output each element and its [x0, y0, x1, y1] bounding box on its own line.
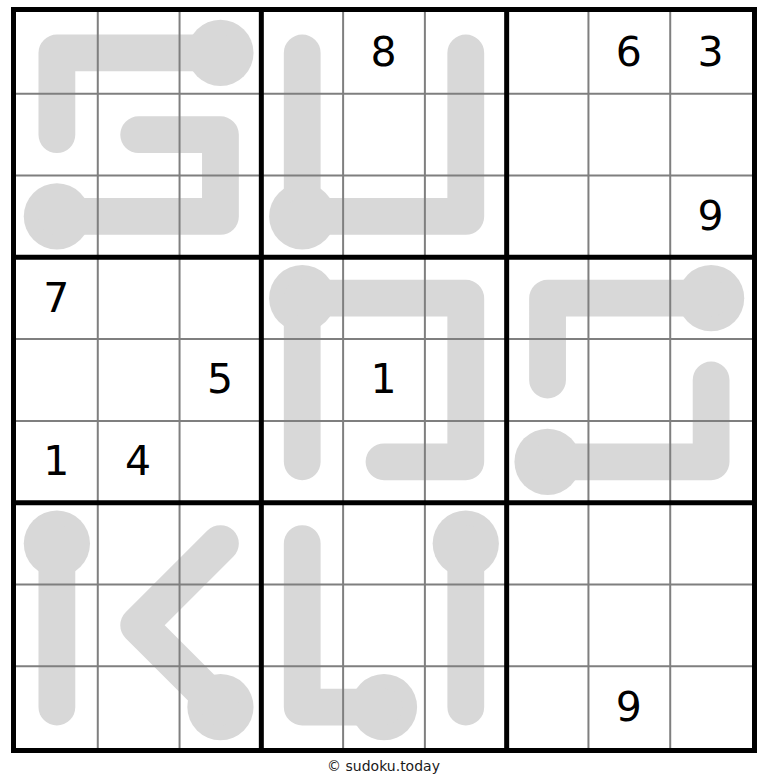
cell-r1c5[interactable]: 8 — [343, 12, 425, 94]
cell-r2c2[interactable] — [97, 94, 179, 176]
cell-r8c5[interactable] — [343, 584, 425, 666]
cell-r2c3[interactable] — [179, 94, 261, 176]
cell-r7c6[interactable] — [424, 503, 506, 585]
cell-r8c6[interactable] — [424, 584, 506, 666]
cell-r1c9[interactable]: 3 — [670, 12, 752, 94]
cell-r7c7[interactable] — [506, 503, 588, 585]
cell-r3c2[interactable] — [97, 176, 179, 258]
cell-r7c9[interactable] — [670, 503, 752, 585]
cell-r2c8[interactable] — [588, 94, 670, 176]
cell-r8c8[interactable] — [588, 584, 670, 666]
cell-r1c3[interactable] — [179, 12, 261, 94]
cell-r3c5[interactable] — [343, 176, 425, 258]
cell-r7c4[interactable] — [261, 503, 343, 585]
cell-r4c7[interactable] — [506, 257, 588, 339]
cell-r4c1[interactable]: 7 — [16, 257, 98, 339]
cell-r7c1[interactable] — [16, 503, 98, 585]
cell-r1c6[interactable] — [424, 12, 506, 94]
cell-r6c9[interactable] — [670, 421, 752, 503]
cell-r7c5[interactable] — [343, 503, 425, 585]
cell-r5c6[interactable] — [424, 339, 506, 421]
cell-r2c5[interactable] — [343, 94, 425, 176]
cell-r4c9[interactable] — [670, 257, 752, 339]
cell-r4c8[interactable] — [588, 257, 670, 339]
cell-r5c4[interactable] — [261, 339, 343, 421]
sudoku-board: 8639751149 — [11, 7, 757, 753]
cell-r3c4[interactable] — [261, 176, 343, 258]
cell-r5c5[interactable]: 1 — [343, 339, 425, 421]
cell-r8c9[interactable] — [670, 584, 752, 666]
cell-r1c2[interactable] — [97, 12, 179, 94]
cell-r6c4[interactable] — [261, 421, 343, 503]
cell-r5c1[interactable] — [16, 339, 98, 421]
cell-r2c6[interactable] — [424, 94, 506, 176]
cell-r4c3[interactable] — [179, 257, 261, 339]
cell-r6c2[interactable]: 4 — [97, 421, 179, 503]
cell-r1c8[interactable]: 6 — [588, 12, 670, 94]
cell-r4c2[interactable] — [97, 257, 179, 339]
cell-r9c9[interactable] — [670, 666, 752, 748]
cell-r6c3[interactable] — [179, 421, 261, 503]
cell-r2c9[interactable] — [670, 94, 752, 176]
cell-r8c1[interactable] — [16, 584, 98, 666]
cell-r5c8[interactable] — [588, 339, 670, 421]
cell-r2c1[interactable] — [16, 94, 98, 176]
cell-r4c4[interactable] — [261, 257, 343, 339]
cell-r9c3[interactable] — [179, 666, 261, 748]
cell-r6c1[interactable]: 1 — [16, 421, 98, 503]
cell-r8c3[interactable] — [179, 584, 261, 666]
board-cells: 8639751149 — [16, 12, 752, 748]
cell-r9c6[interactable] — [424, 666, 506, 748]
cell-r9c7[interactable] — [506, 666, 588, 748]
cell-r3c8[interactable] — [588, 176, 670, 258]
cell-r3c9[interactable]: 9 — [670, 176, 752, 258]
cell-r8c2[interactable] — [97, 584, 179, 666]
cell-r3c6[interactable] — [424, 176, 506, 258]
cell-r9c4[interactable] — [261, 666, 343, 748]
cell-r5c2[interactable] — [97, 339, 179, 421]
copyright-text: © sudoku.today — [0, 758, 767, 774]
cell-r1c1[interactable] — [16, 12, 98, 94]
cell-r5c9[interactable] — [670, 339, 752, 421]
cell-r6c7[interactable] — [506, 421, 588, 503]
cell-r2c4[interactable] — [261, 94, 343, 176]
cell-r3c3[interactable] — [179, 176, 261, 258]
cell-r8c7[interactable] — [506, 584, 588, 666]
cell-r1c7[interactable] — [506, 12, 588, 94]
cell-r5c7[interactable] — [506, 339, 588, 421]
cell-r6c6[interactable] — [424, 421, 506, 503]
cell-r8c4[interactable] — [261, 584, 343, 666]
cell-r3c7[interactable] — [506, 176, 588, 258]
cell-r5c3[interactable]: 5 — [179, 339, 261, 421]
cell-r6c5[interactable] — [343, 421, 425, 503]
cell-r2c7[interactable] — [506, 94, 588, 176]
cell-r9c1[interactable] — [16, 666, 98, 748]
cell-r7c8[interactable] — [588, 503, 670, 585]
cell-r9c5[interactable] — [343, 666, 425, 748]
cell-r4c5[interactable] — [343, 257, 425, 339]
cell-r1c4[interactable] — [261, 12, 343, 94]
cell-r9c8[interactable]: 9 — [588, 666, 670, 748]
cell-r9c2[interactable] — [97, 666, 179, 748]
cell-r7c3[interactable] — [179, 503, 261, 585]
cell-r6c8[interactable] — [588, 421, 670, 503]
cell-r7c2[interactable] — [97, 503, 179, 585]
cell-r3c1[interactable] — [16, 176, 98, 258]
cell-r4c6[interactable] — [424, 257, 506, 339]
